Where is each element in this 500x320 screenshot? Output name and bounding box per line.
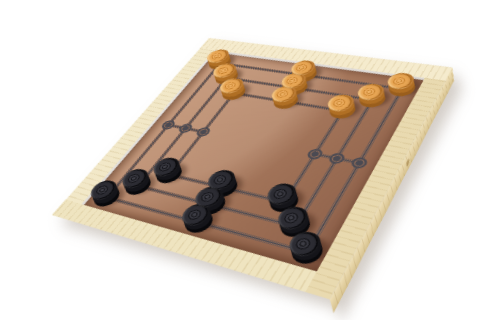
piece-tan-f2[interactable] [356,90,390,110]
product-photo: Nine Men's Morris [0,0,500,320]
piece-tan-e3[interactable] [326,101,360,121]
point-d3[interactable] [297,143,333,166]
point-b6[interactable] [121,174,156,197]
point-d7[interactable] [152,115,184,134]
point-d1[interactable] [341,151,378,175]
point-d2[interactable] [319,147,355,170]
point-e3[interactable] [326,101,360,121]
point-d5[interactable] [187,122,220,142]
piece-tan-e5[interactable] [218,84,249,102]
piece-tan-e4[interactable] [270,92,302,111]
piece-black-a4[interactable] [180,209,218,236]
point-c5[interactable] [152,163,187,186]
point-e5[interactable] [218,84,249,102]
board-3d [52,38,453,299]
board-surface [83,53,426,275]
point-e4[interactable] [270,92,302,111]
point-f2[interactable] [356,90,390,110]
piece-black-b6[interactable] [121,174,156,197]
point-d6[interactable] [169,118,202,138]
piece-black-a7[interactable] [89,186,124,210]
piece-black-c5[interactable] [152,163,187,186]
point-a7[interactable] [89,186,124,210]
point-a4[interactable] [180,209,218,236]
frame-edge-bottom-right [200,38,453,81]
board-grid [82,52,425,274]
